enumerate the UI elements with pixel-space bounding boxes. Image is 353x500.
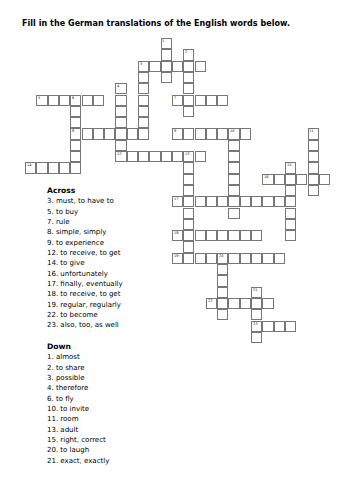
grid-cell-r8c13[interactable]: 9 <box>172 128 183 139</box>
grid-cell-r2c11[interactable] <box>149 61 160 72</box>
grid-cell-r1c14[interactable]: 2 <box>183 49 194 60</box>
across-clue: 23. also, too, as well <box>47 320 123 330</box>
grid-cell-r2c10[interactable]: 3 <box>138 61 149 72</box>
grid-cell-r14c14[interactable] <box>183 196 194 207</box>
grid-cell-r2c12[interactable] <box>161 61 172 72</box>
grid-cell-r12c24[interactable] <box>296 174 307 185</box>
grid-cell-r6c14[interactable] <box>183 106 194 117</box>
grid-cell-r6c4[interactable] <box>70 106 81 117</box>
clue-number-19: 19 <box>174 254 179 258</box>
grid-cell-r2c15[interactable] <box>195 61 206 72</box>
grid-cell-r14c15[interactable] <box>195 196 206 207</box>
grid-cell-r2c14[interactable] <box>183 61 194 72</box>
grid-cell-r5c3[interactable] <box>59 95 70 106</box>
grid-cell-r13c14[interactable] <box>183 185 194 196</box>
grid-cell-r10c15[interactable] <box>195 151 206 162</box>
clue-number-3: 3 <box>140 62 142 66</box>
grid-cell-r11c14[interactable] <box>183 162 194 173</box>
grid-cell-r17c20[interactable] <box>251 230 262 241</box>
down-clue: 13. adult <box>47 425 109 435</box>
grid-cell-r5c6[interactable] <box>93 95 104 106</box>
grid-cell-r22c20[interactable]: 21 <box>251 287 262 298</box>
grid-cell-r25c20[interactable]: 23 <box>251 321 262 332</box>
across-clues-section: Across 3. must, to have to5. to buy7. ru… <box>47 186 123 331</box>
clue-number-11: 11 <box>309 129 314 133</box>
grid-cell-r10c13[interactable] <box>172 151 183 162</box>
clue-number-9: 9 <box>174 129 176 133</box>
grid-cell-r10c10[interactable] <box>138 151 149 162</box>
grid-cell-r5c17[interactable] <box>217 95 228 106</box>
down-clue: 20. to laugh <box>47 445 109 455</box>
grid-cell-r11c4[interactable] <box>70 162 81 173</box>
grid-cell-r9c25[interactable] <box>308 140 319 151</box>
grid-cell-r19c21[interactable] <box>262 253 273 264</box>
grid-cell-r5c14[interactable] <box>183 95 194 106</box>
grid-cell-r14c22[interactable] <box>274 196 285 207</box>
grid-cell-r10c9[interactable] <box>127 151 138 162</box>
clue-number-18: 18 <box>174 231 179 235</box>
clue-number-14: 14 <box>27 163 32 167</box>
grid-cell-r5c10[interactable] <box>138 95 149 106</box>
grid-cell-r10c11[interactable] <box>149 151 160 162</box>
grid-cell-r15c23[interactable] <box>285 208 296 219</box>
grid-cell-r17c16[interactable] <box>206 230 217 241</box>
page-title: Fill in the German translations of the E… <box>22 19 290 28</box>
grid-cell-r5c1[interactable]: 5 <box>36 95 47 106</box>
clue-number-4: 4 <box>117 84 119 88</box>
grid-cell-r19c19[interactable] <box>240 253 251 264</box>
grid-cell-r19c13[interactable]: 19 <box>172 253 183 264</box>
grid-cell-r8c19[interactable] <box>240 128 251 139</box>
grid-cell-r17c13[interactable]: 18 <box>172 230 183 241</box>
clue-number-13: 13 <box>185 152 190 156</box>
grid-cell-r12c21[interactable]: 16 <box>262 174 273 185</box>
grid-cell-r5c5[interactable] <box>82 95 93 106</box>
grid-cell-r8c17[interactable] <box>217 128 228 139</box>
down-clue: 3. possible <box>47 373 109 383</box>
across-clue: 17. finally, eventually <box>47 279 123 289</box>
grid-cell-r8c9[interactable] <box>127 128 138 139</box>
grid-cell-r8c15[interactable] <box>195 128 206 139</box>
across-clue: 22. to become <box>47 310 123 320</box>
grid-cell-r8c10[interactable] <box>138 128 149 139</box>
grid-cell-r4c8[interactable]: 4 <box>115 83 126 94</box>
grid-cell-r14c13[interactable]: 17 <box>172 196 183 207</box>
down-clue: 1. almost <box>47 352 109 362</box>
across-clue: 5. to buy <box>47 207 123 217</box>
across-clue: 7. rule <box>47 217 123 227</box>
grid-cell-r8c4[interactable]: 8 <box>70 128 81 139</box>
down-clues-section: Down 1. almost2. to share3. possible4. t… <box>47 342 109 466</box>
grid-cell-r4c10[interactable] <box>138 83 149 94</box>
grid-cell-r16c23[interactable] <box>285 219 296 230</box>
grid-cell-r19c15[interactable] <box>195 253 206 264</box>
across-clue: 18. to receive, to get <box>47 289 123 299</box>
down-clue: 11. room <box>47 414 109 424</box>
grid-cell-r18c14[interactable] <box>183 241 194 252</box>
grid-cell-r19c22[interactable] <box>274 253 285 264</box>
grid-cell-r11c18[interactable] <box>228 162 239 173</box>
down-clue: 15. right, correct <box>47 435 109 445</box>
grid-cell-r19c20[interactable] <box>251 253 262 264</box>
down-clue: 10. to invite <box>47 404 109 414</box>
grid-cell-r11c23[interactable]: 15 <box>285 162 296 173</box>
grid-cell-r21c17[interactable] <box>217 275 228 286</box>
grid-cell-r17c19[interactable] <box>240 230 251 241</box>
grid-cell-r5c15[interactable] <box>195 95 206 106</box>
grid-cell-r23c21[interactable] <box>262 298 273 309</box>
grid-cell-r7c8[interactable] <box>115 117 126 128</box>
grid-cell-r11c1[interactable] <box>36 162 47 173</box>
clue-number-5: 5 <box>38 96 40 100</box>
grid-cell-r19c18[interactable] <box>228 253 239 264</box>
clue-number-7: 7 <box>174 96 176 100</box>
clue-number-15: 15 <box>287 163 292 167</box>
clue-number-17: 17 <box>174 197 179 201</box>
grid-cell-r24c20[interactable] <box>251 309 262 320</box>
grid-cell-r6c10[interactable] <box>138 106 149 117</box>
grid-cell-r10c8[interactable]: 12 <box>115 151 126 162</box>
grid-cell-r2c13[interactable] <box>172 61 183 72</box>
clue-number-8: 8 <box>72 129 74 133</box>
grid-cell-r14c20[interactable] <box>251 196 262 207</box>
across-clue: 3. must, to have to <box>47 196 123 206</box>
grid-cell-r14c23[interactable] <box>285 196 296 207</box>
grid-cell-r9c18[interactable] <box>228 140 239 151</box>
grid-cell-r3c10[interactable] <box>138 72 149 83</box>
down-clue: 2. to share <box>47 363 109 373</box>
down-heading: Down <box>47 342 109 352</box>
across-clue-list: 3. must, to have to5. to buy7. rule8. si… <box>47 196 123 330</box>
grid-cell-r8c7[interactable] <box>104 128 115 139</box>
worksheet-page: Fill in the German translations of the E… <box>0 0 353 500</box>
across-clue: 19. regular, regularly <box>47 300 123 310</box>
grid-cell-r25c23[interactable] <box>285 321 296 332</box>
grid-cell-r25c21[interactable] <box>262 321 273 332</box>
grid-cell-r23c20[interactable] <box>251 298 262 309</box>
grid-cell-r14c17[interactable] <box>217 196 228 207</box>
grid-cell-r0c12[interactable]: 1 <box>161 38 172 49</box>
grid-cell-r8c8[interactable] <box>115 128 126 139</box>
grid-cell-r5c4[interactable]: 6 <box>70 95 81 106</box>
across-heading: Across <box>47 186 123 196</box>
down-clue: 6. to fly <box>47 394 109 404</box>
down-clue: 21. exact, exactly <box>47 456 109 466</box>
down-clue-list: 1. almost2. to share3. possible4. theref… <box>47 352 109 466</box>
grid-cell-r14c21[interactable] <box>262 196 273 207</box>
grid-cell-r25c22[interactable] <box>274 321 285 332</box>
grid-cell-r17c14[interactable] <box>183 230 194 241</box>
grid-cell-r3c12[interactable] <box>161 72 172 83</box>
across-clue: 14. to give <box>47 258 123 268</box>
clue-number-22: 22 <box>208 299 213 303</box>
grid-cell-r19c16[interactable] <box>206 253 217 264</box>
grid-cell-r10c12[interactable] <box>161 151 172 162</box>
grid-cell-r15c14[interactable] <box>183 208 194 219</box>
clue-number-6: 6 <box>72 96 74 100</box>
grid-cell-r9c8[interactable] <box>115 140 126 151</box>
grid-cell-r15c18[interactable] <box>228 208 239 219</box>
grid-cell-r8c25[interactable]: 11 <box>308 128 319 139</box>
grid-cell-r23c19[interactable] <box>240 298 251 309</box>
grid-cell-r17c15[interactable] <box>195 230 206 241</box>
grid-cell-r10c25[interactable] <box>308 151 319 162</box>
grid-cell-r10c4[interactable] <box>70 151 81 162</box>
grid-cell-r8c18[interactable]: 10 <box>228 128 239 139</box>
grid-cell-r12c23[interactable] <box>285 174 296 185</box>
grid-cell-r6c8[interactable] <box>115 106 126 117</box>
grid-cell-r5c16[interactable] <box>206 95 217 106</box>
grid-cell-r8c14[interactable] <box>183 128 194 139</box>
grid-cell-r11c3[interactable] <box>59 162 70 173</box>
grid-cell-r1c12[interactable] <box>161 49 172 60</box>
grid-cell-r13c25[interactable] <box>308 185 319 196</box>
grid-cell-r14c16[interactable] <box>206 196 217 207</box>
grid-cell-r11c25[interactable] <box>308 162 319 173</box>
clue-number-2: 2 <box>185 50 187 54</box>
grid-cell-r19c14[interactable] <box>183 253 194 264</box>
clue-number-12: 12 <box>117 152 122 156</box>
grid-cell-r5c8[interactable] <box>115 95 126 106</box>
grid-cell-r7c4[interactable] <box>70 117 81 128</box>
grid-cell-r3c14[interactable] <box>183 72 194 83</box>
grid-cell-r12c25[interactable] <box>308 174 319 185</box>
grid-cell-r11c2[interactable] <box>48 162 59 173</box>
grid-cell-r26c20[interactable] <box>251 332 262 343</box>
grid-cell-r9c4[interactable] <box>70 140 81 151</box>
grid-cell-r12c18[interactable] <box>228 174 239 185</box>
grid-cell-r7c10[interactable] <box>138 117 149 128</box>
grid-cell-r10c18[interactable] <box>228 151 239 162</box>
grid-cell-r17c18[interactable] <box>228 230 239 241</box>
grid-cell-r5c13[interactable]: 7 <box>172 95 183 106</box>
grid-cell-r13c18[interactable] <box>228 185 239 196</box>
grid-cell-r8c5[interactable] <box>82 128 93 139</box>
across-clue: 12. to receive, to get <box>47 248 123 258</box>
across-clue: 9. to experience <box>47 238 123 248</box>
grid-cell-r22c17[interactable] <box>217 287 228 298</box>
grid-cell-r12c22[interactable] <box>274 174 285 185</box>
grid-cell-r23c18[interactable] <box>228 298 239 309</box>
clue-number-10: 10 <box>230 129 235 133</box>
grid-cell-r23c17[interactable] <box>217 298 228 309</box>
grid-cell-r17c17[interactable] <box>217 230 228 241</box>
grid-cell-r20c17[interactable] <box>217 264 228 275</box>
grid-cell-r4c14[interactable] <box>183 83 194 94</box>
grid-cell-r19c17[interactable]: 20 <box>217 253 228 264</box>
grid-cell-r10c14[interactable]: 13 <box>183 151 194 162</box>
grid-cell-r11c0[interactable]: 14 <box>25 162 36 173</box>
clue-number-20: 20 <box>219 254 224 258</box>
across-clue: 16. unfortunately <box>47 269 123 279</box>
grid-cell-r8c6[interactable] <box>93 128 104 139</box>
clue-number-21: 21 <box>253 288 258 292</box>
clue-number-23: 23 <box>253 322 258 326</box>
grid-cell-r12c26[interactable] <box>319 174 330 185</box>
grid-cell-r5c2[interactable] <box>48 95 59 106</box>
grid-cell-r24c17[interactable] <box>217 309 228 320</box>
grid-cell-r23c16[interactable]: 22 <box>206 298 217 309</box>
clue-number-1: 1 <box>162 39 164 43</box>
grid-cell-r13c23[interactable] <box>285 185 296 196</box>
grid-cell-r12c14[interactable] <box>183 174 194 185</box>
down-clue: 4. therefore <box>47 383 109 393</box>
grid-cell-r17c23[interactable] <box>285 230 296 241</box>
grid-cell-r16c14[interactable] <box>183 219 194 230</box>
grid-cell-r8c16[interactable] <box>206 128 217 139</box>
clue-number-16: 16 <box>264 175 269 179</box>
grid-cell-r14c18[interactable] <box>228 196 239 207</box>
across-clue: 8. simple, simply <box>47 227 123 237</box>
grid-cell-r14c19[interactable] <box>240 196 251 207</box>
